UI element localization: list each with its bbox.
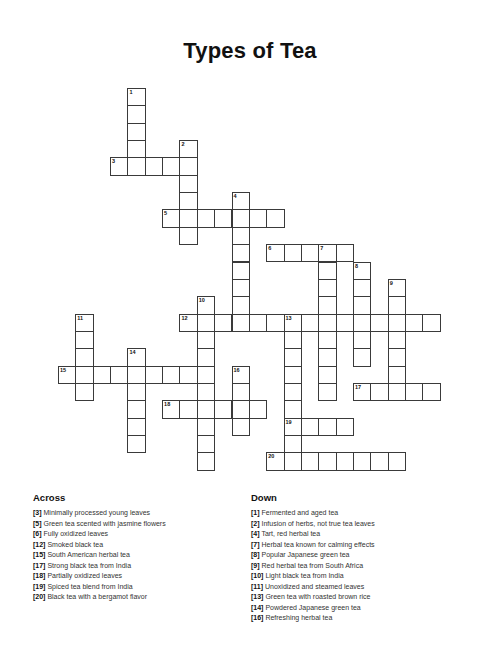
grid-cell[interactable] <box>214 400 232 418</box>
grid-cell[interactable] <box>405 383 423 401</box>
grid-cell[interactable] <box>162 366 180 384</box>
grid-cell[interactable] <box>127 366 145 384</box>
grid-cell[interactable] <box>232 366 250 384</box>
grid-cell[interactable] <box>318 383 336 401</box>
grid-cell[interactable] <box>422 383 440 401</box>
grid-cell[interactable] <box>284 435 302 453</box>
grid-cell[interactable] <box>284 418 302 436</box>
clue-item: [3] Minimally processed young leaves <box>33 508 249 519</box>
clue-item: [8] Popular Japanese green tea <box>251 550 467 561</box>
clue-number: [1] <box>251 509 260 516</box>
across-clues: Across [3] Minimally processed young lea… <box>33 492 249 603</box>
grid-cell[interactable] <box>127 400 145 418</box>
grid-cell[interactable] <box>266 209 284 227</box>
grid-cell[interactable] <box>110 157 128 175</box>
grid-cell[interactable] <box>370 452 388 470</box>
grid-cell[interactable] <box>197 400 215 418</box>
clue-number: [15] <box>33 551 45 558</box>
grid-cell[interactable] <box>318 366 336 384</box>
clue-text: Infusion of herbs, not true tea leaves <box>260 520 375 527</box>
clue-text: South American herbal tea <box>45 551 129 558</box>
grid-cell[interactable] <box>197 209 215 227</box>
grid-cell[interactable] <box>179 209 197 227</box>
grid-cell[interactable] <box>232 400 250 418</box>
grid-cell[interactable] <box>127 157 145 175</box>
grid-cell[interactable] <box>301 452 319 470</box>
clue-item: [17] Strong black tea from India <box>33 561 249 572</box>
grid-cell[interactable] <box>179 314 197 332</box>
grid-cell[interactable] <box>318 331 336 349</box>
clue-text: Green tea scented with jasmine flowers <box>42 520 166 527</box>
clue-number: [12] <box>33 541 45 548</box>
grid-cell[interactable] <box>353 296 371 314</box>
grid-cell[interactable] <box>353 314 371 332</box>
grid-cell[interactable] <box>422 314 440 332</box>
grid-cell[interactable] <box>197 366 215 384</box>
clue-number: [19] <box>33 583 45 590</box>
grid-cell[interactable] <box>388 383 406 401</box>
clue-text: Black tea with a bergamot flavor <box>45 593 147 600</box>
clue-text: Popular Japanese green tea <box>260 551 350 558</box>
grid-cell[interactable] <box>127 105 145 123</box>
clue-section: Across [3] Minimally processed young lea… <box>0 492 500 642</box>
grid-cell[interactable] <box>266 452 284 470</box>
clue-text: Partially oxidized leaves <box>45 572 122 579</box>
grid-cell[interactable] <box>232 418 250 436</box>
grid-cell[interactable] <box>318 244 336 262</box>
grid-cell[interactable] <box>353 262 371 280</box>
across-list: [3] Minimally processed young leaves[5] … <box>33 508 249 603</box>
clue-text: Strong black tea from India <box>45 562 131 569</box>
across-header: Across <box>33 492 249 503</box>
grid-cell[interactable] <box>179 366 197 384</box>
grid-cell[interactable] <box>232 279 250 297</box>
grid-cell[interactable] <box>75 314 93 332</box>
grid-cell[interactable] <box>301 244 319 262</box>
grid-cell[interactable] <box>197 296 215 314</box>
grid-cell[interactable] <box>179 157 197 175</box>
grid-cell[interactable] <box>232 262 250 280</box>
grid-cell[interactable] <box>179 192 197 210</box>
grid-cell[interactable] <box>145 157 163 175</box>
grid-cell[interactable] <box>266 314 284 332</box>
clue-item: [14] Powdered Japanese green tea <box>251 603 467 614</box>
clue-text: Refreshing herbal tea <box>263 614 332 621</box>
clue-text: Light black tea from India <box>263 572 343 579</box>
grid-cell[interactable] <box>162 209 180 227</box>
clue-text: Herbal tea known for calming effects <box>260 541 375 548</box>
grid-cell[interactable] <box>197 418 215 436</box>
grid-cell[interactable] <box>197 452 215 470</box>
grid-cell[interactable] <box>197 435 215 453</box>
grid-cell[interactable] <box>197 348 215 366</box>
clue-item: [6] Fully oxidized leaves <box>33 529 249 540</box>
grid-cell[interactable] <box>162 400 180 418</box>
clue-item: [5] Green tea scented with jasmine flowe… <box>33 519 249 530</box>
grid-cell[interactable] <box>388 452 406 470</box>
grid-cell[interactable] <box>145 366 163 384</box>
grid-cell[interactable] <box>336 314 354 332</box>
down-clues: Down [1] Fermented and aged tea[2] Infus… <box>251 492 467 624</box>
grid-cell[interactable] <box>232 227 250 245</box>
grid-cell[interactable] <box>179 175 197 193</box>
clue-text: Fully oxidized leaves <box>42 530 109 537</box>
grid-cell[interactable] <box>127 435 145 453</box>
clue-text: Red herbal tea from South Africa <box>260 562 364 569</box>
clue-text: Unoxidized and steamed leaves <box>263 583 364 590</box>
clue-text: Fermented and aged tea <box>260 509 339 516</box>
grid-cell[interactable] <box>284 331 302 349</box>
clue-text: Green tea with roasted brown rice <box>263 593 370 600</box>
grid-cell[interactable] <box>284 400 302 418</box>
grid-cell[interactable] <box>388 279 406 297</box>
grid-cell[interactable] <box>284 452 302 470</box>
grid-cell[interactable] <box>266 244 284 262</box>
grid-cell[interactable] <box>127 88 145 106</box>
grid-cell[interactable] <box>301 314 319 332</box>
clue-item: [18] Partially oxidized leaves <box>33 571 249 582</box>
grid-cell[interactable] <box>197 331 215 349</box>
grid-cell[interactable] <box>127 123 145 141</box>
grid-cell[interactable] <box>318 452 336 470</box>
grid-cell[interactable] <box>336 244 354 262</box>
grid-cell[interactable] <box>232 192 250 210</box>
clue-item: [7] Herbal tea known for calming effects <box>251 540 467 551</box>
page-title: Types of Tea <box>0 38 500 64</box>
grid-cell[interactable] <box>214 209 232 227</box>
clue-text: Spiced tea blend from India <box>45 583 132 590</box>
clue-item: [12] Smoked black tea <box>33 540 249 551</box>
clue-item: [15] South American herbal tea <box>33 550 249 561</box>
grid-cell[interactable] <box>318 279 336 297</box>
grid-cell[interactable] <box>127 140 145 158</box>
grid-cell[interactable] <box>336 452 354 470</box>
grid-cell[interactable] <box>127 348 145 366</box>
clue-number: [10] <box>251 572 263 579</box>
grid-cell[interactable] <box>405 314 423 332</box>
down-list: [1] Fermented and aged tea[2] Infusion o… <box>251 508 467 624</box>
grid-cell[interactable] <box>232 296 250 314</box>
clue-number: [7] <box>251 541 260 548</box>
grid-cell[interactable] <box>318 418 336 436</box>
clue-item: [9] Red herbal tea from South Africa <box>251 561 467 572</box>
grid-cell[interactable] <box>214 314 232 332</box>
grid-cell[interactable] <box>318 262 336 280</box>
grid-cell[interactable] <box>75 383 93 401</box>
clue-item: [4] Tart, red herbal tea <box>251 529 467 540</box>
clue-text: Smoked black tea <box>45 541 103 548</box>
clue-number: [5] <box>33 520 42 527</box>
grid-cell[interactable] <box>370 383 388 401</box>
grid-cell[interactable] <box>249 314 267 332</box>
clue-text: Tart, red herbal tea <box>260 530 321 537</box>
grid-cell[interactable] <box>353 452 371 470</box>
crossword-grid: 1234567891011121314151617181920 <box>58 88 443 473</box>
clue-item: [16] Refreshing herbal tea <box>251 613 467 624</box>
grid-cell[interactable] <box>75 331 93 349</box>
grid-cell[interactable] <box>232 209 250 227</box>
clue-number: [13] <box>251 593 263 600</box>
grid-cell[interactable] <box>179 140 197 158</box>
clue-number: [16] <box>251 614 263 621</box>
grid-cell[interactable] <box>318 348 336 366</box>
grid-cell[interactable] <box>318 296 336 314</box>
clue-text: Powdered Japanese green tea <box>263 604 360 611</box>
clue-number: [4] <box>251 530 260 537</box>
clue-item: [2] Infusion of herbs, not true tea leav… <box>251 519 467 530</box>
clue-item: [1] Fermented and aged tea <box>251 508 467 519</box>
grid-cell[interactable] <box>58 366 76 384</box>
grid-cell[interactable] <box>388 314 406 332</box>
grid-cell[interactable] <box>284 366 302 384</box>
grid-cell[interactable] <box>353 348 371 366</box>
clue-item: [19] Spiced tea blend from India <box>33 582 249 593</box>
grid-cell[interactable] <box>232 383 250 401</box>
grid-cell[interactable] <box>388 366 406 384</box>
grid-cell[interactable] <box>318 314 336 332</box>
grid-cell[interactable] <box>388 296 406 314</box>
grid-cell[interactable] <box>284 314 302 332</box>
grid-cell[interactable] <box>197 314 215 332</box>
grid-cell[interactable] <box>370 314 388 332</box>
down-header: Down <box>251 492 467 503</box>
grid-cell[interactable] <box>232 314 250 332</box>
grid-cell[interactable] <box>75 348 93 366</box>
clue-item: [11] Unoxidized and steamed leaves <box>251 582 467 593</box>
clue-number: [2] <box>251 520 260 527</box>
grid-cell[interactable] <box>353 279 371 297</box>
grid-cell[interactable] <box>249 209 267 227</box>
clue-item: [20] Black tea with a bergamot flavor <box>33 592 249 603</box>
clue-number: [18] <box>33 572 45 579</box>
grid-cell[interactable] <box>93 366 111 384</box>
grid-cell[interactable] <box>301 418 319 436</box>
grid-cell[interactable] <box>232 244 250 262</box>
clue-item: [13] Green tea with roasted brown rice <box>251 592 467 603</box>
grid-cell[interactable] <box>197 383 215 401</box>
clue-number: [11] <box>251 583 263 590</box>
clue-number: [6] <box>33 530 42 537</box>
grid-cell[interactable] <box>284 244 302 262</box>
grid-cell[interactable] <box>336 418 354 436</box>
grid-cell[interactable] <box>353 383 371 401</box>
grid-cell[interactable] <box>353 331 371 349</box>
grid-cell[interactable] <box>179 400 197 418</box>
grid-cell[interactable] <box>127 418 145 436</box>
grid-cell[interactable] <box>388 348 406 366</box>
grid-cell[interactable] <box>284 348 302 366</box>
grid-cell[interactable] <box>127 383 145 401</box>
grid-cell[interactable] <box>110 366 128 384</box>
clue-number: [9] <box>251 562 260 569</box>
clue-number: [20] <box>33 593 45 600</box>
grid-cell[interactable] <box>75 366 93 384</box>
clue-item: [10] Light black tea from India <box>251 571 467 582</box>
clue-number: [3] <box>33 509 42 516</box>
clue-number: [14] <box>251 604 263 611</box>
clue-number: [8] <box>251 551 260 558</box>
grid-cell[interactable] <box>388 331 406 349</box>
grid-cell[interactable] <box>162 157 180 175</box>
grid-cell[interactable] <box>284 383 302 401</box>
clue-number: [17] <box>33 562 45 569</box>
grid-cell[interactable] <box>249 400 267 418</box>
clue-text: Minimally processed young leaves <box>42 509 151 516</box>
grid-cell[interactable] <box>179 227 197 245</box>
